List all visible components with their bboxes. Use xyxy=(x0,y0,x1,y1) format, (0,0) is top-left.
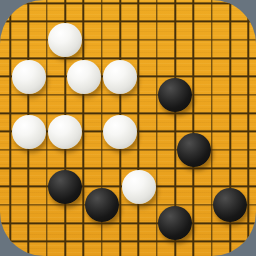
app-background xyxy=(0,0,256,256)
stone-white xyxy=(103,60,137,94)
stone-black xyxy=(158,78,192,112)
stone-white xyxy=(103,115,137,149)
stone-black xyxy=(158,206,192,240)
stone-black xyxy=(85,188,119,222)
stone-white xyxy=(12,115,46,149)
stone-white xyxy=(122,170,156,204)
stone-white xyxy=(12,60,46,94)
stones-layer xyxy=(0,0,256,256)
stone-white xyxy=(67,60,101,94)
stone-black xyxy=(177,133,211,167)
gomoku-board[interactable] xyxy=(0,0,256,256)
stone-black xyxy=(213,188,247,222)
stone-black xyxy=(48,170,82,204)
stone-white xyxy=(48,23,82,57)
stone-white xyxy=(48,115,82,149)
